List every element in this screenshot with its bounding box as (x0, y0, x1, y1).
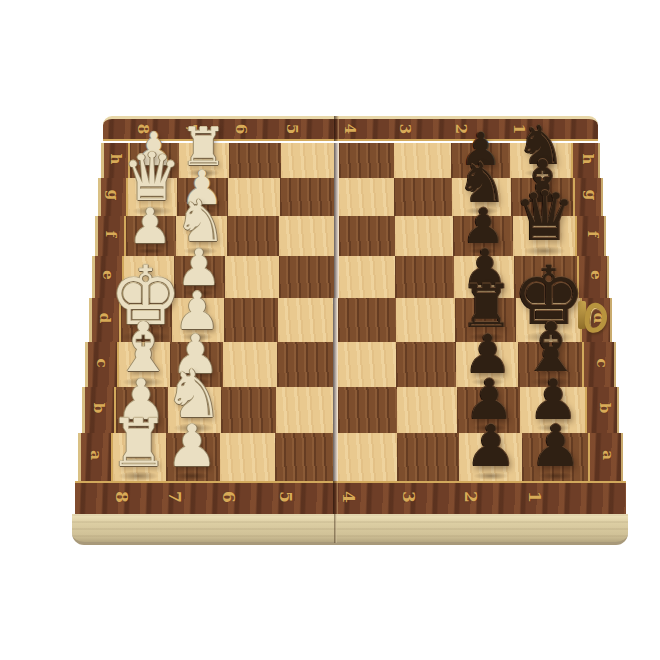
right-coordinate-f: f (585, 231, 600, 237)
top-coordinate-6: 6 (232, 124, 247, 134)
bottom-coordinate-6: 6 (220, 491, 237, 503)
square-g4 (339, 178, 395, 216)
piece-black-pawn: ♟ (465, 418, 517, 476)
square-h3 (394, 143, 451, 178)
bottom-coordinate-7: 7 (165, 491, 182, 503)
square-e3 (395, 256, 454, 298)
square-h6 (229, 143, 281, 178)
square-d3 (396, 298, 455, 342)
square-a4 (338, 433, 397, 481)
square-d5 (278, 298, 334, 342)
right-coordinate-g: g (582, 190, 597, 201)
bottom-coordinate-1: 1 (525, 491, 542, 503)
square-h4 (339, 143, 394, 178)
square-b3 (397, 387, 458, 433)
bottom-coordinate-4: 4 (339, 491, 356, 503)
top-coordinate-3: 3 (396, 124, 411, 134)
square-f4 (339, 216, 395, 256)
bottom-coordinate-5: 5 (276, 491, 293, 503)
right-coordinate-h: h (580, 153, 595, 164)
square-b4 (338, 387, 397, 433)
right-coordinate-c: c (594, 358, 609, 367)
square-b5 (276, 387, 333, 433)
square-c6 (223, 342, 277, 387)
piece-white-rook: ♜ (109, 410, 169, 476)
square-c3 (396, 342, 456, 387)
square-h5 (281, 143, 334, 178)
square-g5 (280, 178, 334, 216)
square-g3 (394, 178, 451, 216)
square-d6 (224, 298, 278, 342)
square-f5 (279, 216, 333, 256)
square-d4 (338, 298, 395, 342)
square-c5 (277, 342, 333, 387)
left-coordinate-c: c (93, 358, 108, 367)
box-side-panel (72, 514, 628, 545)
left-coordinate-f: f (102, 231, 117, 237)
left-coordinate-b: b (90, 403, 105, 414)
square-a3 (397, 433, 458, 481)
bottom-coordinate-3: 3 (399, 491, 416, 503)
square-e4 (339, 256, 396, 298)
bottom-coordinate-2: 2 (461, 491, 478, 503)
top-coordinate-4: 4 (342, 124, 357, 134)
square-e6 (225, 256, 278, 298)
square-c4 (338, 342, 396, 387)
right-coordinate-b: b (597, 403, 612, 414)
bottom-coordinate-8: 8 (112, 491, 129, 503)
left-coordinate-g: g (105, 190, 120, 201)
square-g6 (228, 178, 280, 216)
chess-set-photo: 8765432187654321hhggffeeddccbbaa♟♛♟♚♝♟♜♜… (0, 0, 660, 660)
square-b6 (221, 387, 276, 433)
folding-chess-board: 8765432187654321hhggffeeddccbbaa♟♛♟♚♝♟♜♜… (0, 0, 660, 660)
top-coordinate-5: 5 (284, 124, 299, 134)
piece-white-pawn: ♟ (128, 202, 172, 251)
square-f3 (395, 216, 453, 256)
right-coordinate-a: a (600, 450, 615, 460)
square-a6 (220, 433, 276, 481)
left-coordinate-h: h (107, 153, 122, 164)
piece-black-pawn: ♟ (530, 418, 582, 476)
piece-white-pawn: ♟ (166, 418, 218, 476)
left-coordinate-a: a (87, 450, 102, 460)
box-side-hinge-seam (334, 514, 337, 543)
square-a5 (275, 433, 333, 481)
square-f6 (227, 216, 280, 256)
right-coordinate-e: e (588, 270, 603, 280)
piece-black-queen: ♛ (514, 182, 575, 251)
square-e5 (279, 256, 334, 298)
